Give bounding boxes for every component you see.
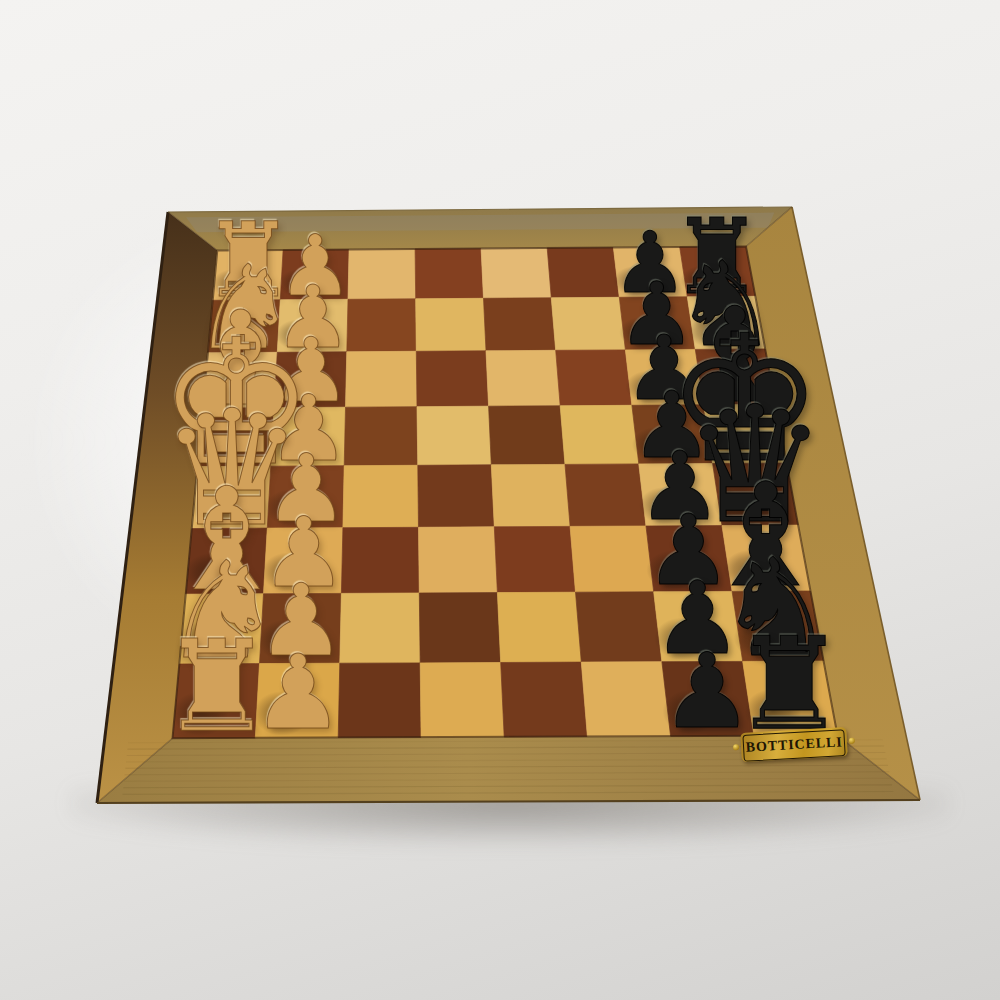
piece-white-pawn-c2: ♟ <box>255 505 352 602</box>
photo-stage: ♜♟♟♜♞♟♟♞♝♟♟♝♚♟♟♚♛♟♟♛♝♟♟♝♞♟♟♞♜♟♟♜ BOTTICE… <box>0 0 1000 1000</box>
piece-black-knight-g8: ♞ <box>667 246 784 363</box>
piece-black-bishop-c8: ♝ <box>694 465 837 608</box>
piece-white-knight-g1: ♞ <box>186 250 302 366</box>
piece-black-pawn-h7: ♟ <box>608 221 693 306</box>
piece-white-pawn-h2: ♟ <box>273 224 357 308</box>
piece-white-pawn-a2: ♟ <box>247 642 350 745</box>
piece-black-queen-d8: ♛ <box>674 385 835 546</box>
piece-black-pawn-f7: ♟ <box>619 324 708 413</box>
piece-white-pawn-g2: ♟ <box>270 274 356 360</box>
pieces-layer: ♜♟♟♜♞♟♟♞♝♟♟♝♚♟♟♚♛♟♟♛♝♟♟♝♞♟♟♞♜♟♟♜ <box>0 0 1000 1000</box>
piece-black-pawn-a7: ♟ <box>656 640 759 743</box>
piece-black-pawn-e7: ♟ <box>626 380 718 472</box>
piece-white-pawn-b2: ♟ <box>251 571 351 671</box>
piece-white-rook-h1: ♜ <box>197 209 300 312</box>
piece-white-knight-b1: ♞ <box>155 544 289 678</box>
piece-black-knight-b8: ♞ <box>709 541 844 676</box>
piece-white-bishop-c1: ♝ <box>156 469 298 611</box>
piece-white-pawn-d2: ♟ <box>259 442 353 536</box>
piece-black-rook-h8: ♜ <box>665 205 769 309</box>
piece-white-pawn-f2: ♟ <box>267 327 356 416</box>
piece-white-queen-d1: ♛ <box>152 389 312 549</box>
piece-black-bishop-f8: ♝ <box>669 290 800 421</box>
piece-black-pawn-b7: ♟ <box>647 569 747 669</box>
piece-white-king-e1: ♚ <box>150 317 324 491</box>
piece-black-pawn-g7: ♟ <box>613 271 700 358</box>
piece-black-pawn-c7: ♟ <box>640 502 737 599</box>
piece-white-bishop-f1: ♝ <box>176 294 306 424</box>
piece-black-pawn-d7: ♟ <box>633 439 727 533</box>
piece-black-king-e8: ♚ <box>657 313 832 488</box>
piece-white-rook-a1: ♜ <box>154 624 280 750</box>
piece-white-pawn-e2: ♟ <box>263 383 354 474</box>
